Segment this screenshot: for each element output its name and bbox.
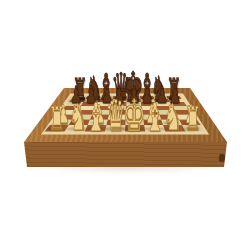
piece-white-rook[interactable]: ♜ [49, 103, 66, 136]
piece-white-bishop[interactable]: ♝ [145, 98, 165, 137]
pieces-layer: ♜♞♝♛♚♝♞♜♟♟♟♟♟♟♟♟♟♟♟♟♟♟♟♟♜♞♝♛♚♝♞♜ [0, 0, 250, 250]
piece-white-king[interactable]: ♚ [123, 94, 146, 139]
piece-white-knight[interactable]: ♞ [163, 100, 182, 137]
piece-white-rook[interactable]: ♜ [185, 103, 202, 136]
wooden-chess-set-photo: ♜♞♝♛♚♝♞♜♟♟♟♟♟♟♟♟♟♟♟♟♟♟♟♟♜♞♝♛♚♝♞♜ [0, 0, 250, 250]
piece-white-knight[interactable]: ♞ [68, 100, 87, 137]
piece-white-bishop[interactable]: ♝ [86, 98, 106, 137]
